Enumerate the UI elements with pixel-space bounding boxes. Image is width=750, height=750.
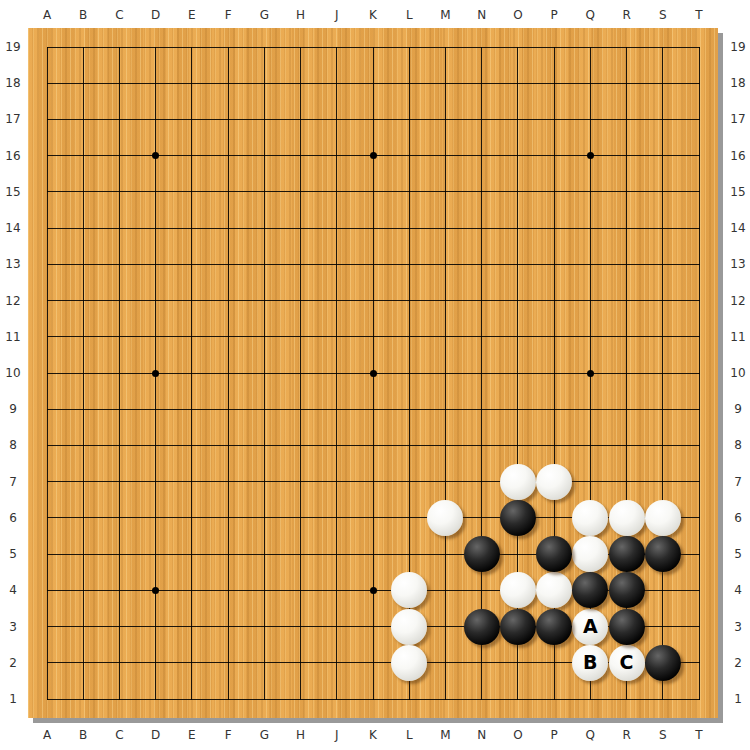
grid-line-horizontal: [47, 481, 700, 482]
coord-right-7: 7: [725, 470, 750, 494]
coord-left-13: 13: [0, 252, 26, 276]
coord-left-8: 8: [0, 433, 26, 457]
coord-right-4: 4: [725, 578, 750, 602]
white-stone-Q3[interactable]: A: [572, 609, 608, 645]
coord-left-14: 14: [0, 216, 26, 240]
white-stone-O7[interactable]: [500, 464, 536, 500]
white-stone-R2[interactable]: C: [609, 645, 645, 681]
coord-bottom-F: F: [216, 723, 240, 747]
black-stone-R4[interactable]: [609, 572, 645, 608]
grid-line-horizontal: [47, 264, 700, 265]
white-stone-O4[interactable]: [500, 572, 536, 608]
coord-left-17: 17: [0, 107, 26, 131]
coord-right-19: 19: [725, 35, 750, 59]
coord-right-9: 9: [725, 397, 750, 421]
white-stone-S6[interactable]: [645, 500, 681, 536]
star-point-K10: [370, 370, 377, 377]
coord-top-J: J: [325, 3, 349, 27]
white-stone-Q2[interactable]: B: [572, 645, 608, 681]
white-stone-P7[interactable]: [536, 464, 572, 500]
coord-top-E: E: [180, 3, 204, 27]
grid-line-horizontal: [47, 191, 700, 192]
coord-bottom-E: E: [180, 723, 204, 747]
coord-bottom-S: S: [651, 723, 675, 747]
star-point-D16: [152, 152, 159, 159]
coord-right-15: 15: [725, 180, 750, 204]
coord-top-G: G: [252, 3, 276, 27]
star-point-D10: [152, 370, 159, 377]
coord-right-13: 13: [725, 252, 750, 276]
black-stone-P5[interactable]: [536, 536, 572, 572]
grid-line-vertical: [47, 47, 48, 700]
coord-right-2: 2: [725, 651, 750, 675]
coord-right-3: 3: [725, 615, 750, 639]
grid-line-vertical: [445, 47, 446, 700]
grid-line-vertical: [662, 47, 663, 700]
coord-top-B: B: [71, 3, 95, 27]
black-stone-R3[interactable]: [609, 609, 645, 645]
star-point-D4: [152, 587, 159, 594]
coord-right-5: 5: [725, 542, 750, 566]
coord-left-3: 3: [0, 615, 26, 639]
coord-bottom-N: N: [470, 723, 494, 747]
coord-top-S: S: [651, 3, 675, 27]
star-point-Q16: [587, 152, 594, 159]
coord-bottom-A: A: [35, 723, 59, 747]
coord-left-15: 15: [0, 180, 26, 204]
grid-line-vertical: [264, 47, 265, 700]
stone-marker-C: C: [620, 653, 634, 672]
coord-bottom-B: B: [71, 723, 95, 747]
coord-top-M: M: [433, 3, 457, 27]
coord-top-O: O: [506, 3, 530, 27]
coord-right-16: 16: [725, 144, 750, 168]
page: ABC ABCDEFGHJKLMNOPQRST ABCDEFGHJKLMNOPQ…: [0, 0, 750, 750]
coord-left-16: 16: [0, 144, 26, 168]
coord-top-P: P: [542, 3, 566, 27]
coord-top-T: T: [687, 3, 711, 27]
grid-line-vertical: [481, 47, 482, 700]
coord-top-H: H: [289, 3, 313, 27]
star-point-K4: [370, 587, 377, 594]
coord-top-R: R: [615, 3, 639, 27]
coord-bottom-J: J: [325, 723, 349, 747]
grid-line-horizontal: [47, 119, 700, 120]
coord-left-9: 9: [0, 397, 26, 421]
coord-left-18: 18: [0, 71, 26, 95]
coord-bottom-D: D: [144, 723, 168, 747]
go-board[interactable]: ABC: [28, 28, 718, 718]
coord-bottom-K: K: [361, 723, 385, 747]
coord-top-K: K: [361, 3, 385, 27]
grid-line-vertical: [699, 47, 700, 700]
coord-left-6: 6: [0, 506, 26, 530]
grid-line-horizontal: [47, 83, 700, 84]
white-stone-Q6[interactable]: [572, 500, 608, 536]
black-stone-N5[interactable]: [464, 536, 500, 572]
coord-top-A: A: [35, 3, 59, 27]
black-stone-R5[interactable]: [609, 536, 645, 572]
coord-left-5: 5: [0, 542, 26, 566]
coord-bottom-Q: Q: [578, 723, 602, 747]
grid-line-vertical: [191, 47, 192, 700]
grid-line-vertical: [83, 47, 84, 700]
black-stone-Q4[interactable]: [572, 572, 608, 608]
coord-left-10: 10: [0, 361, 26, 385]
grid-line-horizontal: [47, 47, 700, 48]
coord-bottom-P: P: [542, 723, 566, 747]
coord-top-D: D: [144, 3, 168, 27]
black-stone-O3[interactable]: [500, 609, 536, 645]
coord-top-L: L: [397, 3, 421, 27]
coord-right-1: 1: [725, 687, 750, 711]
coord-top-F: F: [216, 3, 240, 27]
coord-top-Q: Q: [578, 3, 602, 27]
grid-line-vertical: [228, 47, 229, 700]
coord-bottom-O: O: [506, 723, 530, 747]
coord-bottom-G: G: [252, 723, 276, 747]
coord-right-18: 18: [725, 71, 750, 95]
coord-right-11: 11: [725, 325, 750, 349]
black-stone-P3[interactable]: [536, 609, 572, 645]
white-stone-P4[interactable]: [536, 572, 572, 608]
coord-right-10: 10: [725, 361, 750, 385]
grid-line-horizontal: [47, 699, 700, 700]
white-stone-M6[interactable]: [427, 500, 463, 536]
coord-left-2: 2: [0, 651, 26, 675]
star-point-Q10: [587, 370, 594, 377]
coord-right-17: 17: [725, 107, 750, 131]
coord-bottom-L: L: [397, 723, 421, 747]
grid-line-horizontal: [47, 409, 700, 410]
coord-bottom-H: H: [289, 723, 313, 747]
coord-bottom-R: R: [615, 723, 639, 747]
grid-line-vertical: [336, 47, 337, 700]
coord-top-N: N: [470, 3, 494, 27]
stone-marker-A: A: [583, 617, 598, 636]
coord-right-12: 12: [725, 289, 750, 313]
coord-right-8: 8: [725, 433, 750, 457]
white-stone-R6[interactable]: [609, 500, 645, 536]
coord-left-1: 1: [0, 687, 26, 711]
coord-left-11: 11: [0, 325, 26, 349]
coord-right-14: 14: [725, 216, 750, 240]
grid-line-horizontal: [47, 445, 700, 446]
coord-top-C: C: [107, 3, 131, 27]
white-stone-L4[interactable]: [391, 572, 427, 608]
stone-marker-B: B: [583, 653, 597, 672]
coord-left-12: 12: [0, 289, 26, 313]
star-point-K16: [370, 152, 377, 159]
white-stone-L2[interactable]: [391, 645, 427, 681]
coord-bottom-C: C: [107, 723, 131, 747]
grid-line-vertical: [300, 47, 301, 700]
white-stone-L3[interactable]: [391, 609, 427, 645]
grid-line-horizontal: [47, 336, 700, 337]
grid-line-vertical: [119, 47, 120, 700]
black-stone-S2[interactable]: [645, 645, 681, 681]
coord-right-6: 6: [725, 506, 750, 530]
coord-left-19: 19: [0, 35, 26, 59]
coord-bottom-M: M: [433, 723, 457, 747]
black-stone-O6[interactable]: [500, 500, 536, 536]
coord-left-7: 7: [0, 470, 26, 494]
grid-line-horizontal: [47, 228, 700, 229]
black-stone-S5[interactable]: [645, 536, 681, 572]
coord-bottom-T: T: [687, 723, 711, 747]
grid-line-horizontal: [47, 300, 700, 301]
white-stone-Q5[interactable]: [572, 536, 608, 572]
coord-left-4: 4: [0, 578, 26, 602]
black-stone-N3[interactable]: [464, 609, 500, 645]
